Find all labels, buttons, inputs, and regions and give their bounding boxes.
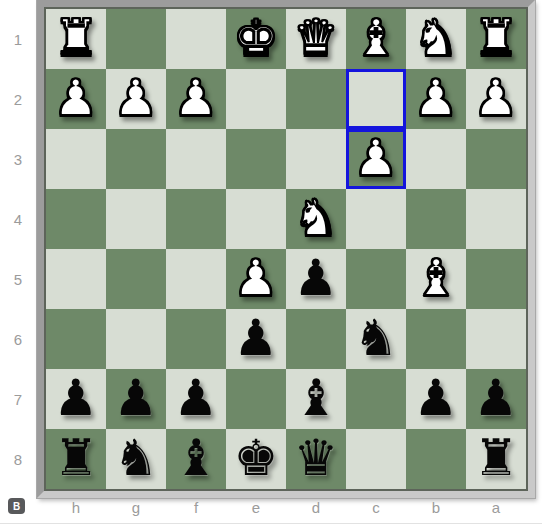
square-d3[interactable]	[286, 129, 346, 189]
white-bishop[interactable]: ♝	[346, 9, 406, 69]
bottom-divider	[0, 523, 542, 524]
chess-board: ♜♚♛♝♞♜♟♟♟♟♟♟♞♟♟♝♟♞♟♟♟♝♟♟♜♞♝♚♛♜	[44, 7, 528, 491]
square-c1[interactable]: ♝	[346, 9, 406, 69]
square-b1[interactable]: ♞	[406, 9, 466, 69]
square-c5[interactable]	[346, 249, 406, 309]
rank-label-3: 3	[0, 129, 36, 189]
square-d8[interactable]: ♛	[286, 429, 346, 489]
square-h1[interactable]: ♜	[46, 9, 106, 69]
file-label-f: f	[166, 498, 226, 516]
square-e6[interactable]: ♟	[226, 309, 286, 369]
square-c6[interactable]: ♞	[346, 309, 406, 369]
black-pawn[interactable]: ♟	[106, 369, 166, 429]
black-pawn[interactable]: ♟	[46, 369, 106, 429]
black-pawn[interactable]: ♟	[226, 309, 286, 369]
white-bishop[interactable]: ♝	[406, 249, 466, 309]
file-label-h: h	[46, 498, 106, 516]
white-pawn[interactable]: ♟	[346, 129, 406, 189]
square-g4[interactable]	[106, 189, 166, 249]
black-pawn[interactable]: ♟	[466, 369, 526, 429]
square-d7[interactable]: ♝	[286, 369, 346, 429]
black-rook[interactable]: ♜	[466, 429, 526, 489]
square-h7[interactable]: ♟	[46, 369, 106, 429]
square-e4[interactable]	[226, 189, 286, 249]
black-pawn[interactable]: ♟	[286, 249, 346, 309]
square-a5[interactable]	[466, 249, 526, 309]
rank-label-1: 1	[0, 9, 36, 69]
square-d4[interactable]: ♞	[286, 189, 346, 249]
rank-labels: 12345678	[0, 9, 36, 489]
square-c3[interactable]: ♟	[346, 129, 406, 189]
black-pawn[interactable]: ♟	[166, 369, 226, 429]
square-b6[interactable]	[406, 309, 466, 369]
file-label-c: c	[346, 498, 406, 516]
file-labels: hgfedcba	[46, 498, 526, 516]
white-rook[interactable]: ♜	[46, 9, 106, 69]
white-pawn[interactable]: ♟	[46, 69, 106, 129]
square-f3[interactable]	[166, 129, 226, 189]
square-e1[interactable]: ♚	[226, 9, 286, 69]
square-d6[interactable]	[286, 309, 346, 369]
square-f8[interactable]: ♝	[166, 429, 226, 489]
square-g8[interactable]: ♞	[106, 429, 166, 489]
white-pawn[interactable]: ♟	[406, 69, 466, 129]
black-queen[interactable]: ♛	[286, 429, 346, 489]
square-f5[interactable]	[166, 249, 226, 309]
rank-label-7: 7	[0, 369, 36, 429]
rank-label-4: 4	[0, 189, 36, 249]
black-knight[interactable]: ♞	[106, 429, 166, 489]
white-pawn[interactable]: ♟	[466, 69, 526, 129]
square-e2[interactable]	[226, 69, 286, 129]
rank-label-2: 2	[0, 69, 36, 129]
chess-board-frame: ♜♚♛♝♞♜♟♟♟♟♟♟♞♟♟♝♟♞♟♟♟♝♟♟♜♞♝♚♛♜	[37, 0, 535, 498]
square-a8[interactable]: ♜	[466, 429, 526, 489]
file-label-b: b	[406, 498, 466, 516]
square-a7[interactable]: ♟	[466, 369, 526, 429]
square-b8[interactable]	[406, 429, 466, 489]
square-b2[interactable]: ♟	[406, 69, 466, 129]
square-a6[interactable]	[466, 309, 526, 369]
square-g3[interactable]	[106, 129, 166, 189]
turn-indicator-badge: B	[8, 498, 25, 514]
square-e5[interactable]: ♟	[226, 249, 286, 309]
square-g7[interactable]: ♟	[106, 369, 166, 429]
square-f7[interactable]: ♟	[166, 369, 226, 429]
square-a2[interactable]: ♟	[466, 69, 526, 129]
square-e8[interactable]: ♚	[226, 429, 286, 489]
square-e7[interactable]	[226, 369, 286, 429]
square-a1[interactable]: ♜	[466, 9, 526, 69]
square-a4[interactable]	[466, 189, 526, 249]
square-a3[interactable]	[466, 129, 526, 189]
square-d5[interactable]: ♟	[286, 249, 346, 309]
white-rook[interactable]: ♜	[466, 9, 526, 69]
square-e3[interactable]	[226, 129, 286, 189]
square-b5[interactable]: ♝	[406, 249, 466, 309]
square-h2[interactable]: ♟	[46, 69, 106, 129]
square-f6[interactable]	[166, 309, 226, 369]
square-d2[interactable]	[286, 69, 346, 129]
square-g5[interactable]	[106, 249, 166, 309]
rank-label-8: 8	[0, 429, 36, 489]
square-c7[interactable]	[346, 369, 406, 429]
file-label-e: e	[226, 498, 286, 516]
square-c2[interactable]	[346, 69, 406, 129]
black-bishop[interactable]: ♝	[286, 369, 346, 429]
square-c8[interactable]	[346, 429, 406, 489]
black-rook[interactable]: ♜	[46, 429, 106, 489]
square-b7[interactable]: ♟	[406, 369, 466, 429]
file-label-a: a	[466, 498, 526, 516]
square-g2[interactable]: ♟	[106, 69, 166, 129]
white-pawn[interactable]: ♟	[166, 69, 226, 129]
square-b3[interactable]	[406, 129, 466, 189]
file-label-d: d	[286, 498, 346, 516]
black-knight[interactable]: ♞	[346, 309, 406, 369]
white-pawn[interactable]: ♟	[106, 69, 166, 129]
square-h4[interactable]	[46, 189, 106, 249]
square-f2[interactable]: ♟	[166, 69, 226, 129]
square-f4[interactable]	[166, 189, 226, 249]
rank-label-6: 6	[0, 309, 36, 369]
turn-indicator-label: B	[13, 501, 20, 512]
square-b4[interactable]	[406, 189, 466, 249]
black-bishop[interactable]: ♝	[166, 429, 226, 489]
square-g1[interactable]	[106, 9, 166, 69]
white-king[interactable]: ♚	[226, 9, 286, 69]
square-f1[interactable]	[166, 9, 226, 69]
square-d1[interactable]: ♛	[286, 9, 346, 69]
chess-app-page: 12345678 ♜♚♛♝♞♜♟♟♟♟♟♟♞♟♟♝♟♞♟♟♟♝♟♟♜♞♝♚♛♜ …	[0, 0, 542, 529]
white-queen[interactable]: ♛	[286, 9, 346, 69]
white-knight[interactable]: ♞	[286, 189, 346, 249]
square-h8[interactable]: ♜	[46, 429, 106, 489]
white-pawn[interactable]: ♟	[226, 249, 286, 309]
white-knight[interactable]: ♞	[406, 9, 466, 69]
square-h6[interactable]	[46, 309, 106, 369]
file-label-g: g	[106, 498, 166, 516]
black-king[interactable]: ♚	[226, 429, 286, 489]
square-h3[interactable]	[46, 129, 106, 189]
square-h5[interactable]	[46, 249, 106, 309]
rank-label-5: 5	[0, 249, 36, 309]
black-pawn[interactable]: ♟	[406, 369, 466, 429]
square-c4[interactable]	[346, 189, 406, 249]
square-g6[interactable]	[106, 309, 166, 369]
